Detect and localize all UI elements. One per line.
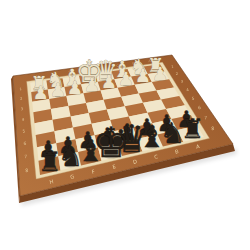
piece-white-pawn-g2[interactable]: ♟ xyxy=(50,79,66,100)
piece-white-pawn-e2[interactable]: ♟ xyxy=(84,74,100,95)
piece-white-pawn-h2[interactable]: ♟ xyxy=(33,82,49,103)
piece-white-pawn-d2[interactable]: ♟ xyxy=(101,71,117,92)
coord-rank-right-8: 8 xyxy=(211,126,215,131)
piece-white-pawn-a2[interactable]: ♟ xyxy=(152,63,168,84)
piece-white-pawn-c2[interactable]: ♟ xyxy=(118,68,134,89)
chess-board: HHGGFFEEDDCCBBAA1122334455667788♜♞♝♛♚♝♞♜… xyxy=(0,0,250,250)
product-photo-background: HHGGFFEEDDCCBBAA1122334455667788♜♞♝♛♚♝♞♜… xyxy=(0,0,250,250)
coord-rank-left-8: 8 xyxy=(25,168,29,173)
piece-white-pawn-f2[interactable]: ♟ xyxy=(67,77,83,98)
piece-black-rook-h8[interactable]: ♜ xyxy=(38,146,62,177)
board-render-layer: HHGGFFEEDDCCBBAA1122334455667788♜♞♝♛♚♝♞♜… xyxy=(11,54,237,206)
piece-white-pawn-b2[interactable]: ♟ xyxy=(135,65,151,86)
